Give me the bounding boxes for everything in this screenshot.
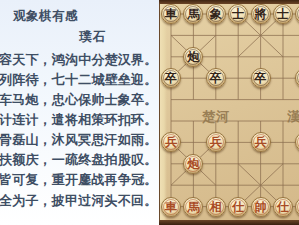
piece-glyph: 卒 [210, 72, 222, 84]
river-label-chu: 楚河 [202, 108, 230, 126]
board-frame-bottom [159, 220, 299, 225]
piece-glyph: 馬 [187, 8, 199, 20]
poem-line: 车马炮，忠心保帅士象卒。 [0, 91, 157, 109]
piece-glyph: 相 [210, 200, 222, 212]
piece-black-卒[interactable]: 卒 [251, 68, 271, 88]
piece-glyph: 士 [277, 8, 289, 20]
board-frame-top [159, 0, 299, 4]
piece-glyph: 車 [165, 200, 177, 212]
piece-glyph: 將 [255, 8, 267, 20]
piece-red-馬[interactable]: 馬 [183, 197, 203, 217]
piece-red-仕[interactable]: 仕 [273, 197, 293, 217]
piece-black-將[interactable]: 將 [251, 4, 271, 24]
poem-line: 列阵待，七十二城壁垒迎。 [0, 71, 157, 89]
poem-title: 观象棋有感 [13, 8, 78, 25]
piece-glyph: 兵 [165, 136, 177, 148]
piece-glyph: 仕 [232, 200, 244, 212]
piece-glyph: 兵 [210, 136, 222, 148]
poem-line: 皆可复，重开鏖战再争冠。 [0, 171, 157, 189]
piece-glyph: 車 [165, 8, 177, 20]
piece-glyph: 炮 [187, 157, 199, 169]
piece-red-車[interactable]: 車 [161, 197, 181, 217]
piece-red-相[interactable]: 相 [206, 197, 226, 217]
piece-glyph: 象 [210, 8, 222, 20]
piece-black-卒[interactable]: 卒 [206, 68, 226, 88]
piece-black-象[interactable]: 象 [206, 4, 226, 24]
board-surface: 楚河 漢界 車馬象士將士象馬車炮炮卒卒卒卒卒兵兵兵兵兵炮炮車馬相仕帥仕相車 [159, 0, 299, 225]
poem-panel: 观象棋有感 璞石 容天下，鸿沟中分楚汉界。列阵待，七十二城壁垒迎。车马炮，忠心保… [0, 0, 159, 225]
piece-glyph: 仕 [277, 200, 289, 212]
board-frame-left [159, 0, 167, 225]
poem-line: 骨磊山，沐风冥思汗如雨。 [0, 131, 157, 149]
piece-glyph: 馬 [187, 200, 199, 212]
piece-glyph: 士 [232, 8, 244, 20]
poem-line: 容天下，鸿沟中分楚汉界。 [0, 51, 157, 69]
piece-black-車[interactable]: 車 [161, 4, 181, 24]
piece-red-仕[interactable]: 仕 [228, 197, 248, 217]
poem-line: 全为子，披甲过河头不回。 [0, 192, 157, 210]
poem-line: 扶额庆，一疏终盘拍股叹。 [0, 151, 157, 169]
piece-glyph: 卒 [255, 72, 267, 84]
piece-glyph: 炮 [187, 50, 199, 62]
piece-red-帥[interactable]: 帥 [251, 197, 271, 217]
poem-line: 计连计，遣将相策环扣环。 [0, 111, 157, 129]
river-label-han: 漢界 [287, 108, 299, 126]
piece-glyph: 兵 [255, 136, 267, 148]
poem-author: 璞石 [79, 29, 106, 46]
piece-glyph: 帥 [255, 200, 267, 212]
xiangqi-board[interactable]: 楚河 漢界 車馬象士將士象馬車炮炮卒卒卒卒卒兵兵兵兵兵炮炮車馬相仕帥仕相車 [159, 0, 299, 225]
piece-glyph: 卒 [165, 72, 177, 84]
piece-black-士[interactable]: 士 [273, 4, 293, 24]
piece-red-兵[interactable]: 兵 [251, 132, 271, 152]
